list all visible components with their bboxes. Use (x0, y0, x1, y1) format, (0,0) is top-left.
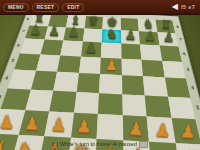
rank-label-4-right: 4 (191, 85, 195, 90)
status-bar: ≡ | White's turn to move! AI paused (0, 140, 200, 148)
chess-board[interactable]: ABCDEFGH1122334455667788♜♝♛♚♞♜♟♟♟♞♟♟♟♟♟♟… (0, 8, 200, 150)
green-queen-d8[interactable]: ♛ (88, 14, 100, 27)
square-c3[interactable] (49, 90, 76, 112)
white-pawn-f2[interactable]: ♟ (128, 119, 145, 138)
square-c6[interactable] (60, 40, 82, 56)
white-pawn-g2[interactable]: ♟ (154, 120, 171, 139)
rank-label-5-left: 5 (11, 58, 15, 62)
rank-label-5-right: 5 (186, 68, 190, 72)
rank-label-8-left: 8 (26, 17, 29, 20)
rank-label-3-left: 3 (0, 95, 2, 100)
move-history: ◀ f5 e7 (172, 3, 200, 11)
square-c5[interactable] (57, 55, 81, 73)
status-prefix: ≡ | (52, 141, 58, 147)
square-h5[interactable] (162, 60, 186, 78)
square-g5[interactable] (141, 59, 164, 77)
rank-label-6-right: 6 (183, 52, 186, 56)
rank-label-8-right: 8 (176, 25, 179, 28)
green-pawn-f7[interactable]: ♟ (124, 29, 137, 43)
top-bar: MENU RESET EDIT ◀ f5 e7 (0, 0, 200, 15)
rank-label-7-right: 7 (179, 38, 182, 41)
square-b5[interactable] (36, 54, 61, 72)
square-f3[interactable] (122, 93, 147, 116)
square-h4[interactable] (164, 77, 190, 97)
square-e4[interactable] (99, 74, 122, 94)
white-pawn-e5[interactable]: ♟ (104, 57, 118, 73)
white-pawn-c2[interactable]: ♟ (50, 115, 67, 134)
green-knight-e7[interactable]: ♞ (105, 28, 118, 42)
white-pawn-a2[interactable]: ♟ (0, 112, 15, 131)
square-f5[interactable] (121, 58, 143, 76)
last-move-label: f5 e7 (181, 4, 195, 10)
square-f4[interactable] (122, 75, 145, 95)
square-b3[interactable] (25, 89, 54, 111)
square-h3[interactable] (168, 96, 196, 119)
rank-label-6-left: 6 (16, 43, 20, 47)
white-pawn-b2[interactable]: ♟ (24, 113, 41, 132)
square-e2[interactable] (97, 113, 123, 139)
status-badge-icon[interactable] (139, 141, 148, 148)
square-d3[interactable] (74, 91, 99, 113)
rank-label-4-left: 4 (4, 75, 8, 79)
undo-icon[interactable]: ◀ (172, 3, 178, 11)
white-pawn-d2[interactable]: ♟ (76, 116, 93, 135)
square-a6[interactable] (20, 38, 44, 54)
board-scene: ABCDEFGH1122334455667788♜♝♛♚♞♜♟♟♟♞♟♟♟♟♟♟… (0, 0, 200, 150)
square-b4[interactable] (31, 70, 58, 90)
green-pawn-b7[interactable]: ♟ (48, 25, 61, 39)
green-pawn-h7[interactable]: ♟ (163, 31, 176, 45)
reset-button[interactable]: RESET (32, 3, 60, 12)
square-h6[interactable] (159, 45, 182, 61)
edit-button[interactable]: EDIT (62, 3, 84, 12)
square-f6[interactable] (121, 43, 142, 59)
white-rook-h1[interactable]: ♜ (184, 148, 200, 150)
menu-button[interactable]: MENU (3, 3, 29, 12)
chess-app: ABCDEFGH1122334455667788♜♝♛♚♞♜♟♟♟♞♟♟♟♟♟♟… (0, 0, 200, 150)
square-d4[interactable] (76, 72, 100, 92)
square-d5[interactable] (79, 56, 101, 74)
green-pawn-c7[interactable]: ♟ (67, 26, 80, 40)
status-message: White's turn to move! AI paused (60, 141, 137, 147)
green-pawn-d6[interactable]: ♟ (85, 40, 98, 55)
green-pawn-g7[interactable]: ♟ (144, 30, 157, 44)
square-g3[interactable] (145, 95, 171, 118)
square-e3[interactable] (98, 92, 122, 115)
rank-label-3-right: 3 (196, 105, 200, 110)
rank-label-7-left: 7 (22, 29, 26, 32)
square-c4[interactable] (53, 71, 78, 91)
green-pawn-a7[interactable]: ♟ (29, 24, 42, 38)
white-pawn-h2[interactable]: ♟ (180, 122, 197, 141)
square-b6[interactable] (40, 39, 63, 55)
